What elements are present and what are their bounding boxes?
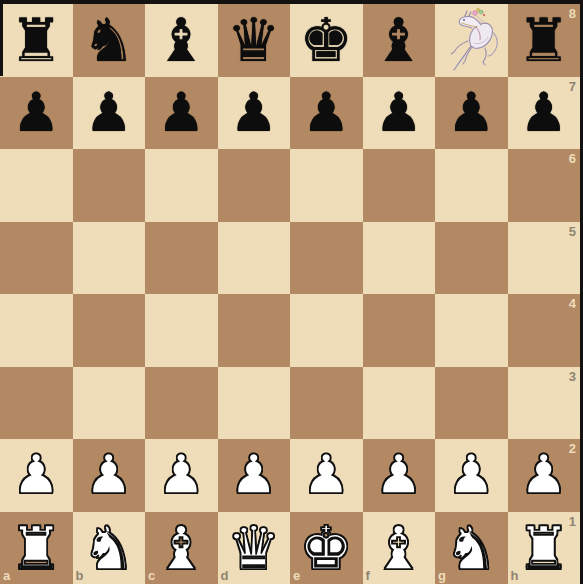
- square-e5[interactable]: [290, 222, 363, 295]
- square-e3[interactable]: [290, 367, 363, 440]
- square-c1[interactable]: c♝: [145, 512, 218, 584]
- square-b2[interactable]: ♟: [73, 439, 146, 512]
- square-f5[interactable]: [363, 222, 436, 295]
- square-h7[interactable]: 7♟: [508, 77, 581, 150]
- square-f7[interactable]: ♟: [363, 77, 436, 150]
- square-g4[interactable]: [435, 294, 508, 367]
- square-e8[interactable]: ♚: [290, 4, 363, 77]
- square-g7[interactable]: ♟: [435, 77, 508, 150]
- square-h5[interactable]: 5: [508, 222, 581, 295]
- piece-white-bishop-c1[interactable]: ♝: [145, 512, 218, 584]
- piece-white-rook-h1[interactable]: ♜: [508, 512, 581, 584]
- square-b5[interactable]: [73, 222, 146, 295]
- piece-black-pawn-f7[interactable]: ♟: [363, 77, 436, 150]
- square-h4[interactable]: 4: [508, 294, 581, 367]
- square-h3[interactable]: 3: [508, 367, 581, 440]
- piece-white-pawn-f2[interactable]: ♟: [363, 439, 436, 512]
- square-e1[interactable]: e♚: [290, 512, 363, 584]
- piece-white-pawn-b2[interactable]: ♟: [73, 439, 146, 512]
- square-b8[interactable]: ♞: [73, 4, 146, 77]
- piece-white-rook-a1[interactable]: ♜: [0, 512, 73, 584]
- square-b7[interactable]: ♟: [73, 77, 146, 150]
- piece-white-pawn-c2[interactable]: ♟: [145, 439, 218, 512]
- square-d2[interactable]: ♟: [218, 439, 291, 512]
- piece-white-bishop-f1[interactable]: ♝: [363, 512, 436, 584]
- piece-white-pawn-a2[interactable]: ♟: [0, 439, 73, 512]
- rank-label-6: 6: [569, 151, 576, 166]
- square-h1[interactable]: 1h♜: [508, 512, 581, 584]
- square-a5[interactable]: [0, 222, 73, 295]
- square-a6[interactable]: [0, 149, 73, 222]
- square-c4[interactable]: [145, 294, 218, 367]
- piece-black-queen-d8[interactable]: ♛: [218, 4, 291, 77]
- square-e7[interactable]: ♟: [290, 77, 363, 150]
- piece-white-knight-g1[interactable]: ♞: [435, 512, 508, 584]
- square-f6[interactable]: [363, 149, 436, 222]
- piece-white-pawn-d2[interactable]: ♟: [218, 439, 291, 512]
- chess-board[interactable]: ♜♞♝♛♚♝: [0, 4, 580, 584]
- square-c7[interactable]: ♟: [145, 77, 218, 150]
- square-b4[interactable]: [73, 294, 146, 367]
- square-d7[interactable]: ♟: [218, 77, 291, 150]
- piece-black-pawn-h7[interactable]: ♟: [508, 77, 581, 150]
- piece-black-pawn-b7[interactable]: ♟: [73, 77, 146, 150]
- piece-black-pawn-c7[interactable]: ♟: [145, 77, 218, 150]
- piece-black-bishop-c8[interactable]: ♝: [145, 4, 218, 77]
- square-b6[interactable]: [73, 149, 146, 222]
- square-f3[interactable]: [363, 367, 436, 440]
- piece-black-pawn-d7[interactable]: ♟: [218, 77, 291, 150]
- square-g6[interactable]: [435, 149, 508, 222]
- square-e4[interactable]: [290, 294, 363, 367]
- square-d8[interactable]: ♛: [218, 4, 291, 77]
- square-b3[interactable]: [73, 367, 146, 440]
- piece-white-king-e1[interactable]: ♚: [290, 512, 363, 584]
- chess-app-window: ♜♞♝♛♚♝: [0, 0, 583, 584]
- square-f1[interactable]: f♝: [363, 512, 436, 584]
- square-f2[interactable]: ♟: [363, 439, 436, 512]
- square-g8[interactable]: [435, 4, 508, 77]
- piece-white-pawn-h2[interactable]: ♟: [508, 439, 581, 512]
- square-b1[interactable]: b♞: [73, 512, 146, 584]
- square-d5[interactable]: [218, 222, 291, 295]
- piece-black-knight-artwork-g8[interactable]: [435, 4, 508, 77]
- square-c3[interactable]: [145, 367, 218, 440]
- square-g1[interactable]: g♞: [435, 512, 508, 584]
- square-h8[interactable]: 8♜: [508, 4, 581, 77]
- square-e2[interactable]: ♟: [290, 439, 363, 512]
- square-g5[interactable]: [435, 222, 508, 295]
- piece-white-pawn-g2[interactable]: ♟: [435, 439, 508, 512]
- square-c5[interactable]: [145, 222, 218, 295]
- square-h2[interactable]: 2♟: [508, 439, 581, 512]
- piece-black-bishop-f8[interactable]: ♝: [363, 4, 436, 77]
- piece-white-pawn-e2[interactable]: ♟: [290, 439, 363, 512]
- square-d4[interactable]: [218, 294, 291, 367]
- piece-black-rook-h8[interactable]: ♜: [508, 4, 581, 77]
- square-a7[interactable]: ♟: [0, 77, 73, 150]
- square-g3[interactable]: [435, 367, 508, 440]
- piece-white-queen-d1[interactable]: ♛: [218, 512, 291, 584]
- window-edge-left: [0, 0, 3, 76]
- square-f4[interactable]: [363, 294, 436, 367]
- square-f8[interactable]: ♝: [363, 4, 436, 77]
- square-a1[interactable]: a♜: [0, 512, 73, 584]
- square-c2[interactable]: ♟: [145, 439, 218, 512]
- square-d1[interactable]: d♛: [218, 512, 291, 584]
- rank-label-4: 4: [569, 296, 576, 311]
- piece-black-pawn-a7[interactable]: ♟: [0, 77, 73, 150]
- piece-black-king-e8[interactable]: ♚: [290, 4, 363, 77]
- square-d6[interactable]: [218, 149, 291, 222]
- square-g2[interactable]: ♟: [435, 439, 508, 512]
- square-a4[interactable]: [0, 294, 73, 367]
- square-a2[interactable]: ♟: [0, 439, 73, 512]
- square-a8[interactable]: ♜: [0, 4, 73, 77]
- rank-label-3: 3: [569, 369, 576, 384]
- square-a3[interactable]: [0, 367, 73, 440]
- rank-label-5: 5: [569, 224, 576, 239]
- piece-black-rook-a8[interactable]: ♜: [0, 4, 73, 77]
- piece-black-pawn-e7[interactable]: ♟: [290, 77, 363, 150]
- square-c6[interactable]: [145, 149, 218, 222]
- square-e6[interactable]: [290, 149, 363, 222]
- window-edge-top: [0, 0, 583, 4]
- square-h6[interactable]: 6: [508, 149, 581, 222]
- square-d3[interactable]: [218, 367, 291, 440]
- piece-white-knight-b1[interactable]: ♞: [73, 512, 146, 584]
- piece-black-pawn-g7[interactable]: ♟: [435, 77, 508, 150]
- piece-black-knight-b8[interactable]: ♞: [73, 4, 146, 77]
- square-c8[interactable]: ♝: [145, 4, 218, 77]
